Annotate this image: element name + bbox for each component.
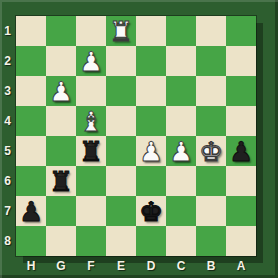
square-c7[interactable]	[166, 196, 196, 226]
square-a1[interactable]	[226, 16, 256, 46]
square-d1[interactable]	[136, 16, 166, 46]
white-pawn-piece[interactable]: ♟	[166, 136, 196, 166]
square-g5[interactable]	[46, 136, 76, 166]
square-a4[interactable]	[226, 106, 256, 136]
square-a2[interactable]	[226, 46, 256, 76]
square-b1[interactable]	[196, 16, 226, 46]
square-g8[interactable]	[46, 226, 76, 256]
rank-label-6: 6	[0, 166, 15, 196]
square-d6[interactable]	[136, 166, 166, 196]
white-king-piece[interactable]: ♚	[196, 136, 226, 166]
file-label-g: G	[46, 258, 76, 274]
square-a5[interactable]: ♟	[226, 136, 256, 166]
file-label-f: F	[76, 258, 106, 274]
square-e4[interactable]	[106, 106, 136, 136]
square-e2[interactable]	[106, 46, 136, 76]
square-e1[interactable]: ♜	[106, 16, 136, 46]
square-d5[interactable]: ♟	[136, 136, 166, 166]
square-a8[interactable]	[226, 226, 256, 256]
file-label-b: B	[196, 258, 226, 274]
rank-label-2: 2	[0, 46, 15, 76]
rank-label-4: 4	[0, 106, 15, 136]
rank-label-1: 1	[0, 16, 15, 46]
rank-label-5: 5	[0, 136, 15, 166]
square-b3[interactable]	[196, 76, 226, 106]
square-g2[interactable]	[46, 46, 76, 76]
square-c4[interactable]	[166, 106, 196, 136]
square-b6[interactable]	[196, 166, 226, 196]
square-f3[interactable]	[76, 76, 106, 106]
chess-board: ♜♟♟♝♜♟♟♚♟♜♟♚	[16, 16, 256, 256]
black-pawn-piece[interactable]: ♟	[16, 196, 46, 226]
square-h8[interactable]	[16, 226, 46, 256]
square-d3[interactable]	[136, 76, 166, 106]
square-f8[interactable]	[76, 226, 106, 256]
square-a6[interactable]	[226, 166, 256, 196]
black-rook-piece[interactable]: ♜	[76, 136, 106, 166]
rank-label-8: 8	[0, 226, 15, 256]
square-f5[interactable]: ♜	[76, 136, 106, 166]
square-h4[interactable]	[16, 106, 46, 136]
square-c8[interactable]	[166, 226, 196, 256]
square-a3[interactable]	[226, 76, 256, 106]
square-c1[interactable]	[166, 16, 196, 46]
square-e7[interactable]	[106, 196, 136, 226]
black-rook-piece[interactable]: ♜	[46, 166, 76, 196]
file-label-c: C	[166, 258, 196, 274]
square-e6[interactable]	[106, 166, 136, 196]
rank-label-3: 3	[0, 76, 15, 106]
file-label-h: H	[16, 258, 46, 274]
square-g6[interactable]: ♜	[46, 166, 76, 196]
square-c2[interactable]	[166, 46, 196, 76]
square-f2[interactable]: ♟	[76, 46, 106, 76]
black-pawn-piece[interactable]: ♟	[226, 136, 256, 166]
square-g7[interactable]	[46, 196, 76, 226]
square-f7[interactable]	[76, 196, 106, 226]
square-e8[interactable]	[106, 226, 136, 256]
square-c6[interactable]	[166, 166, 196, 196]
square-b2[interactable]	[196, 46, 226, 76]
square-h5[interactable]	[16, 136, 46, 166]
square-b5[interactable]: ♚	[196, 136, 226, 166]
square-c3[interactable]	[166, 76, 196, 106]
square-d4[interactable]	[136, 106, 166, 136]
square-e5[interactable]	[106, 136, 136, 166]
square-h2[interactable]	[16, 46, 46, 76]
square-h6[interactable]	[16, 166, 46, 196]
square-f1[interactable]	[76, 16, 106, 46]
square-g3[interactable]: ♟	[46, 76, 76, 106]
file-label-a: A	[226, 258, 256, 274]
square-h1[interactable]	[16, 16, 46, 46]
file-label-e: E	[106, 258, 136, 274]
rank-label-7: 7	[0, 196, 15, 226]
white-rook-piece[interactable]: ♜	[106, 16, 136, 46]
square-b7[interactable]	[196, 196, 226, 226]
white-pawn-piece[interactable]: ♟	[76, 46, 106, 76]
square-f4[interactable]: ♝	[76, 106, 106, 136]
square-d8[interactable]	[136, 226, 166, 256]
square-g1[interactable]	[46, 16, 76, 46]
square-d7[interactable]: ♚	[136, 196, 166, 226]
square-a7[interactable]	[226, 196, 256, 226]
square-d2[interactable]	[136, 46, 166, 76]
black-king-piece[interactable]: ♚	[136, 196, 166, 226]
square-c5[interactable]: ♟	[166, 136, 196, 166]
square-f6[interactable]	[76, 166, 106, 196]
square-h3[interactable]	[16, 76, 46, 106]
white-bishop-piece[interactable]: ♝	[76, 106, 106, 136]
white-pawn-piece[interactable]: ♟	[136, 136, 166, 166]
chess-diagram: ♜♟♟♝♜♟♟♚♟♜♟♚ 12345678HGFEDCBA	[0, 0, 278, 278]
square-b4[interactable]	[196, 106, 226, 136]
file-label-d: D	[136, 258, 166, 274]
white-pawn-piece[interactable]: ♟	[46, 76, 76, 106]
square-e3[interactable]	[106, 76, 136, 106]
square-h7[interactable]: ♟	[16, 196, 46, 226]
square-g4[interactable]	[46, 106, 76, 136]
square-b8[interactable]	[196, 226, 226, 256]
